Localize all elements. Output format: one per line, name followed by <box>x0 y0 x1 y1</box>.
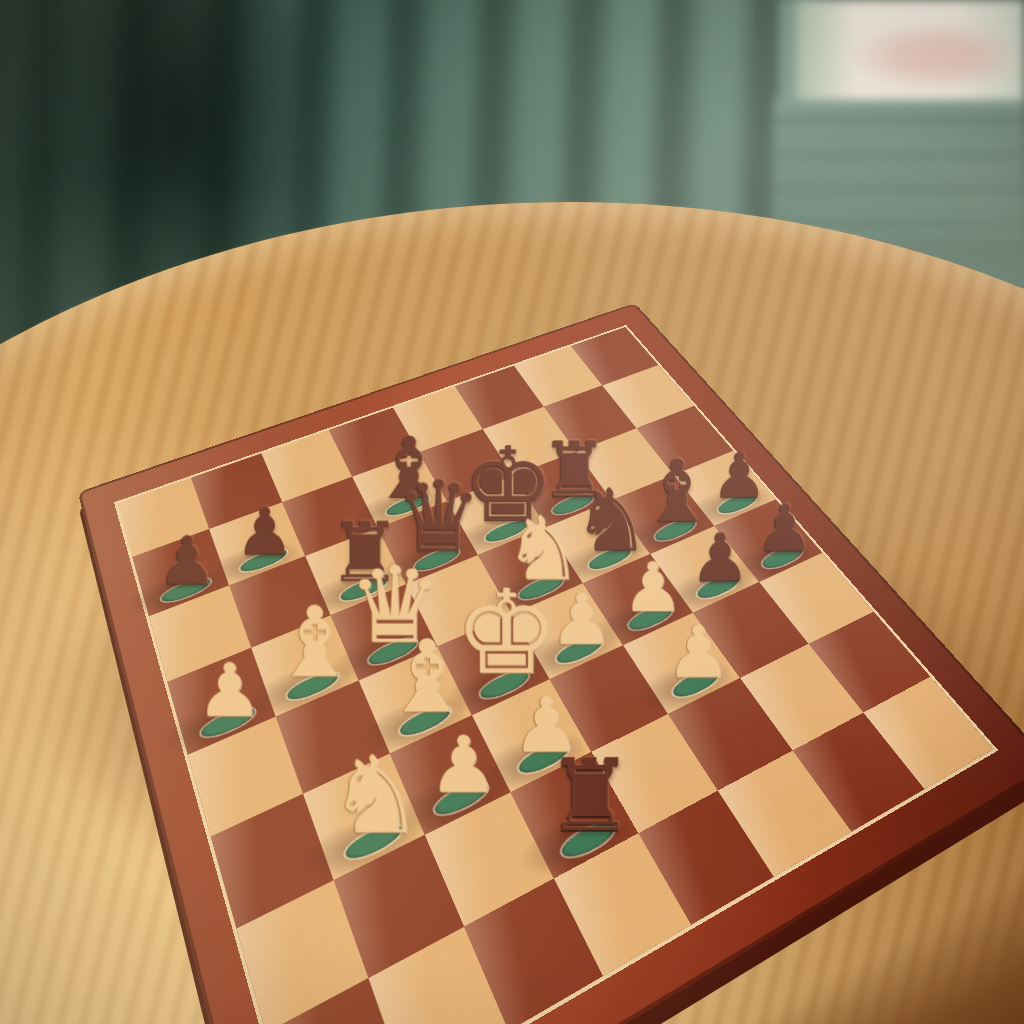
black-pawn-glyph: ♟ <box>718 500 852 560</box>
square-f7 <box>483 407 576 476</box>
black-bishop-glyph: ♝ <box>612 454 743 533</box>
board-perspective-wrapper: ♟♟♝♜♛♚♜♟♝♛♞♞♝♟♝♚♟♟♟♟♞♟♟♟♜ <box>0 0 1024 1024</box>
green-felt-base <box>239 546 289 575</box>
piece-black-pawn-h4[interactable]: ♟ <box>718 500 852 560</box>
black-rook-glyph: ♜ <box>507 752 673 844</box>
square-b7: ♟ <box>209 503 305 586</box>
square-a8 <box>117 478 209 557</box>
mahogany-frame: ♟♟♝♜♛♚♜♟♝♛♞♞♝♟♝♚♟♟♟♟♞♟♟♟♜ <box>78 303 1024 1024</box>
square-f6: ♜ <box>513 452 611 528</box>
piece-cast-shadow <box>345 481 445 537</box>
square-e8 <box>393 386 483 452</box>
square-b8 <box>191 454 282 530</box>
piece-white-pawn-f3[interactable]: ♟ <box>624 620 772 686</box>
piece-white-pawn-a5[interactable]: ♟ <box>153 657 306 725</box>
square-e6: ♚ <box>447 476 546 555</box>
green-felt-base <box>550 492 596 518</box>
piece-cast-shadow <box>716 531 824 592</box>
square-a7: ♟ <box>132 529 229 616</box>
green-felt-base <box>160 575 211 605</box>
piece-cast-shadow <box>510 481 612 536</box>
square-g8 <box>514 346 602 407</box>
square-h5: ♟ <box>674 451 776 526</box>
piece-black-pawn-h5[interactable]: ♟ <box>676 449 804 506</box>
green-felt-base <box>715 491 760 517</box>
piece-cast-shadow <box>675 480 778 535</box>
square-e7 <box>419 429 513 501</box>
black-pawn-glyph: ♟ <box>118 531 256 592</box>
piece-white-knight-b3[interactable]: ♞ <box>292 747 458 845</box>
square-f8 <box>455 366 544 429</box>
square-g7 <box>544 386 637 452</box>
white-pawn-glyph: ♟ <box>624 620 772 686</box>
photo-scene: ♟♟♝♜♛♚♜♟♝♛♞♞♝♟♝♚♟♟♟♟♞♟♟♟♜ <box>0 0 1024 1024</box>
chess-board: ♟♟♝♜♛♚♜♟♝♛♞♞♝♟♝♚♟♟♟♟♞♟♟♟♜ <box>78 303 1024 1024</box>
white-pawn-glyph: ♟ <box>153 657 306 725</box>
square-h6 <box>636 406 733 475</box>
square-h8 <box>571 327 659 385</box>
piece-black-rook-f6[interactable]: ♜ <box>510 436 638 506</box>
piece-black-bishop-g5[interactable]: ♝ <box>612 454 743 533</box>
green-felt-base <box>384 493 431 519</box>
white-knight-glyph: ♞ <box>292 747 458 845</box>
piece-black-rook-d2[interactable]: ♜ <box>507 752 673 844</box>
square-h4: ♟ <box>714 500 822 583</box>
piece-cast-shadow <box>442 506 546 564</box>
green-felt-base <box>483 518 530 545</box>
piece-black-king-e6[interactable]: ♚ <box>442 439 573 534</box>
black-bishop-glyph: ♝ <box>345 430 473 507</box>
square-h7 <box>602 365 694 428</box>
square-c8 <box>261 430 352 502</box>
black-king-glyph: ♚ <box>442 439 573 534</box>
square-g5: ♝ <box>612 475 715 554</box>
square-g6 <box>576 429 674 501</box>
green-felt-base <box>652 517 698 544</box>
square-d7: ♝ <box>352 453 447 529</box>
black-rook-glyph: ♜ <box>510 436 638 506</box>
black-pawn-glyph: ♟ <box>198 503 332 563</box>
piece-black-pawn-a7[interactable]: ♟ <box>118 531 256 592</box>
black-pawn-glyph: ♟ <box>676 449 804 506</box>
piece-black-pawn-b7[interactable]: ♟ <box>198 503 332 563</box>
piece-black-bishop-d7[interactable]: ♝ <box>345 430 473 507</box>
square-d8 <box>329 408 419 477</box>
board-squares-grid: ♟♟♝♜♛♚♜♟♝♛♞♞♝♟♝♚♟♟♟♟♞♟♟♟♜ <box>114 325 998 1024</box>
green-felt-base <box>759 543 806 572</box>
square-d2: ♜ <box>511 752 639 879</box>
